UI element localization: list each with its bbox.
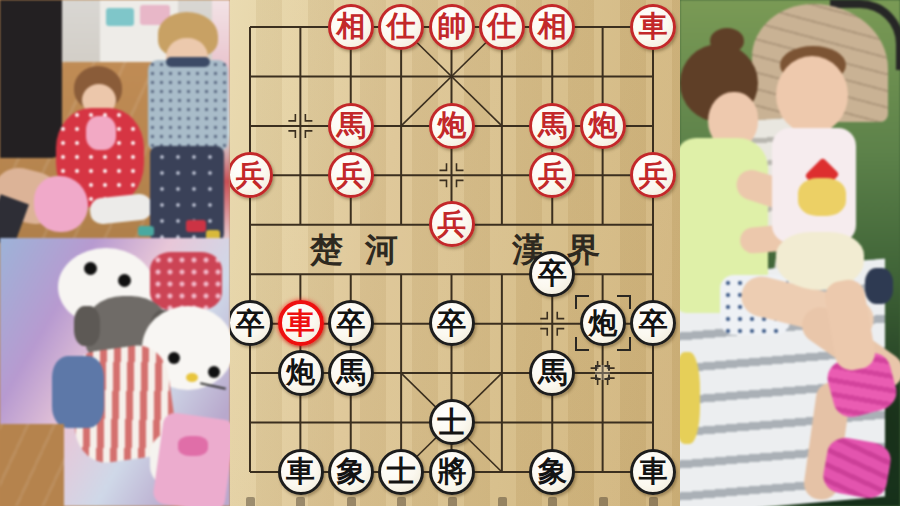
toy-scatter-1 (138, 226, 154, 236)
piece-glyph: 象 (538, 457, 567, 486)
column-coordinate-mark (498, 497, 507, 506)
piece-red-chariot[interactable]: 車 (630, 4, 676, 50)
tv-cabinet (0, 0, 62, 158)
piece-red-soldier[interactable]: 兵 (328, 152, 374, 198)
denim-fabric (52, 356, 104, 428)
piece-glyph: 炮 (588, 111, 617, 140)
bracket-corner (617, 337, 631, 351)
piece-glyph: 炮 (286, 358, 315, 387)
right-photo-scene (680, 0, 900, 506)
piece-glyph: 卒 (639, 309, 668, 338)
bracket-corner (575, 337, 589, 351)
piece-glyph: 炮 (437, 111, 466, 140)
xiangqi-board[interactable]: 楚河 漢界 相仕帥仕相車馬炮馬炮兵兵兵兵兵卒卒車卒卒炮卒炮馬馬士車象士將象車 (230, 0, 680, 506)
piece-red-advisor[interactable]: 仕 (479, 4, 525, 50)
column-coordinate-mark (649, 497, 658, 506)
piece-glyph: 卒 (236, 309, 265, 338)
piece-red-advisor[interactable]: 仕 (378, 4, 424, 50)
piece-glyph: 馬 (538, 111, 567, 140)
piece-black-soldier[interactable]: 卒 (230, 300, 273, 346)
piece-glyph: 車 (286, 457, 315, 486)
piece-glyph: 相 (538, 12, 567, 41)
piece-black-chariot[interactable]: 車 (630, 449, 676, 495)
right-photo (680, 0, 900, 506)
piece-glyph: 士 (437, 408, 466, 437)
kitty2-eye-right (208, 366, 220, 378)
piece-glyph: 相 (336, 12, 365, 41)
column-coordinate-mark (599, 497, 608, 506)
girl2-shoe (865, 268, 893, 304)
bracket-corner (575, 295, 589, 309)
girl2-face (776, 56, 848, 134)
column-coordinate-mark (296, 497, 305, 506)
piece-glyph: 馬 (538, 358, 567, 387)
piece-glyph: 兵 (336, 161, 365, 190)
piece-glyph: 將 (437, 457, 466, 486)
column-coordinate-mark (548, 497, 557, 506)
piece-glyph: 兵 (236, 161, 265, 190)
piece-red-soldier[interactable]: 兵 (230, 152, 273, 198)
kitty1-eye-right (118, 274, 131, 287)
piece-red-general[interactable]: 帥 (429, 4, 475, 50)
piece-glyph: 兵 (437, 210, 466, 239)
piece-glyph: 卒 (538, 259, 567, 288)
piece-red-horse[interactable]: 馬 (529, 103, 575, 149)
piece-black-soldier[interactable]: 卒 (630, 300, 676, 346)
piece-black-elephant[interactable]: 象 (328, 449, 374, 495)
column-coordinate-mark (347, 497, 356, 506)
piece-red-elephant[interactable]: 相 (529, 4, 575, 50)
piece-red-chariot[interactable]: 車 (278, 300, 324, 346)
teddy-arm (74, 306, 100, 346)
red-floral-fabric (150, 252, 222, 310)
piece-red-cannon[interactable]: 炮 (429, 103, 475, 149)
dresser-bin-teal (106, 8, 134, 26)
piece-glyph: 馬 (336, 358, 365, 387)
piece-black-horse[interactable]: 馬 (328, 350, 374, 396)
piece-glyph: 卒 (437, 309, 466, 338)
kitty1-eye-left (84, 262, 97, 275)
piece-black-soldier[interactable]: 卒 (429, 300, 475, 346)
piece-black-chariot[interactable]: 車 (278, 449, 324, 495)
column-coordinate-mark (397, 497, 406, 506)
piece-glyph: 車 (639, 457, 668, 486)
piece-red-cannon[interactable]: 炮 (580, 103, 626, 149)
piece-red-soldier[interactable]: 兵 (529, 152, 575, 198)
floor-bottom-corner (0, 424, 64, 506)
pink-bag-bow (178, 436, 208, 456)
piece-black-cannon[interactable]: 炮 (278, 350, 324, 396)
piece-black-advisor[interactable]: 士 (429, 399, 475, 445)
piece-glyph: 車 (639, 12, 668, 41)
screenshot: 楚河 漢界 相仕帥仕相車馬炮馬炮兵兵兵兵兵卒卒車卒卒炮卒炮馬馬士車象士將象車 (0, 0, 900, 506)
piece-red-soldier[interactable]: 兵 (429, 201, 475, 247)
girl-inner-shirt (86, 116, 116, 150)
piece-black-horse[interactable]: 馬 (529, 350, 575, 396)
last-move-destination-marker (575, 295, 631, 351)
piece-glyph: 士 (387, 457, 416, 486)
kitty2-nose (186, 373, 198, 382)
yellow-object (680, 352, 700, 444)
pink-bag (152, 411, 230, 506)
piece-red-elephant[interactable]: 相 (328, 4, 374, 50)
last-move-origin-marker (595, 365, 610, 380)
piece-glyph: 象 (336, 457, 365, 486)
girl2-yellow-toy (798, 178, 846, 216)
piece-black-soldier[interactable]: 卒 (328, 300, 374, 346)
piece-glyph: 仕 (488, 12, 517, 41)
left-photo-scene (0, 0, 230, 506)
piece-glyph: 仕 (387, 12, 416, 41)
column-coordinate-mark (246, 497, 255, 506)
pieces-grid: 相仕帥仕相車馬炮馬炮兵兵兵兵兵卒卒車卒卒炮卒炮馬馬士車象士將象車 (230, 2, 678, 496)
boy-collar (166, 57, 210, 67)
piece-red-soldier[interactable]: 兵 (630, 152, 676, 198)
bracket-corner (617, 295, 631, 309)
piece-black-soldier[interactable]: 卒 (529, 251, 575, 297)
piece-black-general[interactable]: 將 (429, 449, 475, 495)
kitty2-eye-left (168, 352, 180, 364)
piece-glyph: 卒 (336, 309, 365, 338)
piece-red-horse[interactable]: 馬 (328, 103, 374, 149)
piece-glyph: 兵 (538, 161, 567, 190)
left-photo (0, 0, 230, 506)
column-coordinate-mark (448, 497, 457, 506)
piece-black-elephant[interactable]: 象 (529, 449, 575, 495)
girl1-hair-bun (710, 28, 744, 54)
boy-shirt (148, 60, 228, 152)
piece-black-advisor[interactable]: 士 (378, 449, 424, 495)
piece-glyph: 帥 (437, 12, 466, 41)
piece-glyph: 兵 (639, 161, 668, 190)
pink-plush-toy (34, 176, 88, 232)
toy-scatter-2 (186, 220, 206, 232)
piece-glyph: 車 (286, 309, 315, 338)
piece-glyph: 馬 (336, 111, 365, 140)
